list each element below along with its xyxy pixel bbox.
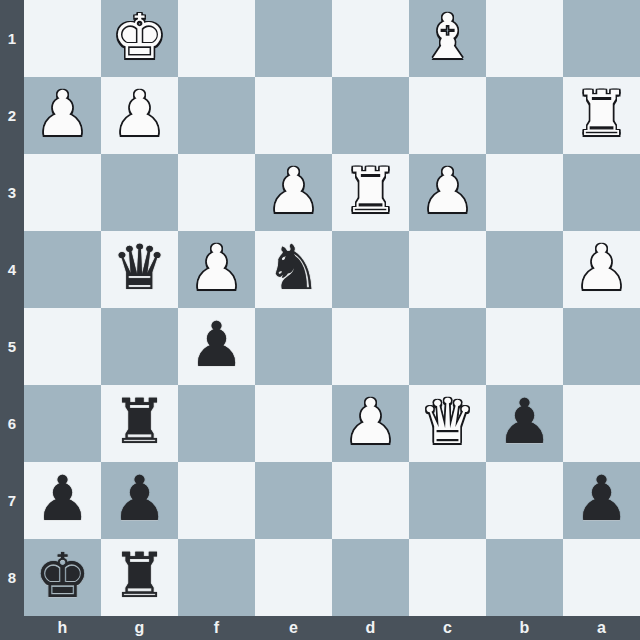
square-a5[interactable] xyxy=(563,308,640,385)
file-label-h: h xyxy=(24,616,101,640)
rank-label-3: 3 xyxy=(0,154,24,231)
rank-label-2: 2 xyxy=(0,77,24,154)
square-d8[interactable] xyxy=(332,539,409,616)
square-a1[interactable] xyxy=(563,0,640,77)
black-rook[interactable]: ♜ xyxy=(112,391,168,453)
white-pawn[interactable]: ♟ xyxy=(35,83,91,145)
square-b5[interactable] xyxy=(486,308,563,385)
file-label-a: a xyxy=(563,616,640,640)
square-b8[interactable] xyxy=(486,539,563,616)
square-a8[interactable] xyxy=(563,539,640,616)
square-g5[interactable] xyxy=(101,308,178,385)
square-g3[interactable] xyxy=(101,154,178,231)
square-d3[interactable]: ♜ xyxy=(332,154,409,231)
square-g1[interactable]: ♚ xyxy=(101,0,178,77)
square-c4[interactable] xyxy=(409,231,486,308)
square-g6[interactable]: ♜ xyxy=(101,385,178,462)
square-e6[interactable] xyxy=(255,385,332,462)
file-label-b: b xyxy=(486,616,563,640)
black-pawn[interactable]: ♟ xyxy=(35,468,91,530)
black-pawn[interactable]: ♟ xyxy=(497,391,553,453)
white-queen[interactable]: ♛ xyxy=(420,391,476,453)
white-pawn[interactable]: ♟ xyxy=(266,160,322,222)
file-label-g: g xyxy=(101,616,178,640)
square-f8[interactable] xyxy=(178,539,255,616)
square-b3[interactable] xyxy=(486,154,563,231)
square-b4[interactable] xyxy=(486,231,563,308)
white-king[interactable]: ♚ xyxy=(112,6,168,68)
rank-label-4: 4 xyxy=(0,231,24,308)
square-d1[interactable] xyxy=(332,0,409,77)
square-e8[interactable] xyxy=(255,539,332,616)
square-a6[interactable] xyxy=(563,385,640,462)
square-h3[interactable] xyxy=(24,154,101,231)
square-b2[interactable] xyxy=(486,77,563,154)
white-rook[interactable]: ♜ xyxy=(343,160,399,222)
square-c5[interactable] xyxy=(409,308,486,385)
black-knight[interactable]: ♞ xyxy=(266,237,322,299)
white-pawn[interactable]: ♟ xyxy=(420,160,476,222)
square-a3[interactable] xyxy=(563,154,640,231)
square-f7[interactable] xyxy=(178,462,255,539)
white-pawn[interactable]: ♟ xyxy=(343,391,399,453)
square-g4[interactable]: ♛ xyxy=(101,231,178,308)
square-f2[interactable] xyxy=(178,77,255,154)
black-king[interactable]: ♚ xyxy=(35,545,91,607)
square-g8[interactable]: ♜ xyxy=(101,539,178,616)
square-c8[interactable] xyxy=(409,539,486,616)
square-f1[interactable] xyxy=(178,0,255,77)
square-e7[interactable] xyxy=(255,462,332,539)
square-d4[interactable] xyxy=(332,231,409,308)
square-f5[interactable]: ♟ xyxy=(178,308,255,385)
file-label-f: f xyxy=(178,616,255,640)
square-e1[interactable] xyxy=(255,0,332,77)
square-h7[interactable]: ♟ xyxy=(24,462,101,539)
rank-label-1: 1 xyxy=(0,0,24,77)
square-h8[interactable]: ♚ xyxy=(24,539,101,616)
coordinate-corner xyxy=(0,616,24,640)
square-a2[interactable]: ♜ xyxy=(563,77,640,154)
square-f3[interactable] xyxy=(178,154,255,231)
rank-label-6: 6 xyxy=(0,385,24,462)
rank-label-7: 7 xyxy=(0,462,24,539)
chess-board: 1♚♝2♟♟♜3♟♜♟4♛♟♞♟5♟6♜♟♛♟7♟♟♟8♚♜hgfedcba xyxy=(0,0,640,640)
square-h5[interactable] xyxy=(24,308,101,385)
square-c7[interactable] xyxy=(409,462,486,539)
white-bishop[interactable]: ♝ xyxy=(420,6,476,68)
black-queen[interactable]: ♛ xyxy=(112,237,168,299)
black-rook[interactable]: ♜ xyxy=(112,545,168,607)
square-e5[interactable] xyxy=(255,308,332,385)
square-c3[interactable]: ♟ xyxy=(409,154,486,231)
square-e3[interactable]: ♟ xyxy=(255,154,332,231)
white-pawn[interactable]: ♟ xyxy=(189,237,245,299)
file-label-d: d xyxy=(332,616,409,640)
square-d5[interactable] xyxy=(332,308,409,385)
square-d2[interactable] xyxy=(332,77,409,154)
square-g7[interactable]: ♟ xyxy=(101,462,178,539)
square-c1[interactable]: ♝ xyxy=(409,0,486,77)
black-pawn[interactable]: ♟ xyxy=(112,468,168,530)
white-pawn[interactable]: ♟ xyxy=(112,83,168,145)
file-label-e: e xyxy=(255,616,332,640)
square-c2[interactable] xyxy=(409,77,486,154)
white-pawn[interactable]: ♟ xyxy=(574,237,630,299)
square-b6[interactable]: ♟ xyxy=(486,385,563,462)
square-e2[interactable] xyxy=(255,77,332,154)
black-pawn[interactable]: ♟ xyxy=(574,468,630,530)
black-pawn[interactable]: ♟ xyxy=(189,314,245,376)
square-d6[interactable]: ♟ xyxy=(332,385,409,462)
square-g2[interactable]: ♟ xyxy=(101,77,178,154)
square-d7[interactable] xyxy=(332,462,409,539)
square-f6[interactable] xyxy=(178,385,255,462)
chess-diagram: 1♚♝2♟♟♜3♟♜♟4♛♟♞♟5♟6♜♟♛♟7♟♟♟8♚♜hgfedcba xyxy=(0,0,640,640)
square-c6[interactable]: ♛ xyxy=(409,385,486,462)
rank-label-8: 8 xyxy=(0,539,24,616)
file-label-c: c xyxy=(409,616,486,640)
square-b7[interactable] xyxy=(486,462,563,539)
square-e4[interactable]: ♞ xyxy=(255,231,332,308)
white-rook[interactable]: ♜ xyxy=(574,83,630,145)
square-h4[interactable] xyxy=(24,231,101,308)
rank-label-5: 5 xyxy=(0,308,24,385)
square-h1[interactable] xyxy=(24,0,101,77)
square-h6[interactable] xyxy=(24,385,101,462)
square-a4[interactable]: ♟ xyxy=(563,231,640,308)
square-h2[interactable]: ♟ xyxy=(24,77,101,154)
square-f4[interactable]: ♟ xyxy=(178,231,255,308)
square-a7[interactable]: ♟ xyxy=(563,462,640,539)
square-b1[interactable] xyxy=(486,0,563,77)
